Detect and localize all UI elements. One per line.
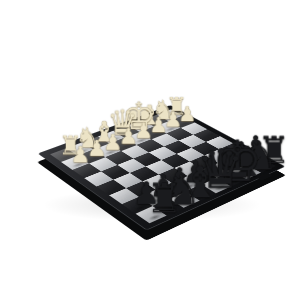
white-pawn: ♟ xyxy=(70,144,90,166)
black-rook: ♜ xyxy=(146,179,168,219)
product-photo-chess-set: ♜♞♝♛♚♝♞♜♟♟♟♟♟♟♟♟♟♟♟♟♟♟♟♟♜♞♝♛♚♝♞♜ xyxy=(0,0,300,300)
